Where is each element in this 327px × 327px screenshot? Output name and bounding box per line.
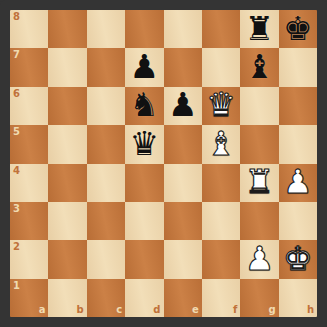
square-e4[interactable]	[164, 164, 202, 202]
square-e7[interactable]	[164, 48, 202, 86]
black-king-h8[interactable]: ♚	[283, 12, 313, 45]
square-f2[interactable]	[202, 240, 240, 278]
rank-label-2: 2	[13, 242, 20, 252]
square-c6[interactable]	[87, 87, 125, 125]
square-h1[interactable]: h	[279, 279, 317, 317]
chess-board-frame: 8♜♚7♟♝6♞♟♛5♛♝4♜♟32♟♚1abcdefgh	[0, 0, 327, 327]
square-b5[interactable]	[48, 125, 86, 163]
square-b2[interactable]	[48, 240, 86, 278]
square-a4[interactable]: 4	[10, 164, 48, 202]
file-label-d: d	[153, 305, 160, 315]
white-bishop-f5[interactable]: ♝	[206, 127, 236, 160]
square-b8[interactable]	[48, 10, 86, 48]
square-d5[interactable]: ♛	[125, 125, 163, 163]
file-label-h: h	[307, 305, 314, 315]
rank-label-3: 3	[13, 204, 20, 214]
white-rook-g4[interactable]: ♜	[245, 165, 275, 198]
file-label-g: g	[268, 305, 275, 315]
square-f4[interactable]	[202, 164, 240, 202]
square-g4[interactable]: ♜	[240, 164, 278, 202]
square-f5[interactable]: ♝	[202, 125, 240, 163]
square-e1[interactable]: e	[164, 279, 202, 317]
square-h6[interactable]	[279, 87, 317, 125]
square-d8[interactable]	[125, 10, 163, 48]
square-a2[interactable]: 2	[10, 240, 48, 278]
square-d1[interactable]: d	[125, 279, 163, 317]
square-b3[interactable]	[48, 202, 86, 240]
square-f7[interactable]	[202, 48, 240, 86]
rank-label-4: 4	[13, 166, 20, 176]
square-d3[interactable]	[125, 202, 163, 240]
square-h2[interactable]: ♚	[279, 240, 317, 278]
square-f3[interactable]	[202, 202, 240, 240]
square-e8[interactable]	[164, 10, 202, 48]
square-g2[interactable]: ♟	[240, 240, 278, 278]
black-rook-g8[interactable]: ♜	[245, 12, 275, 45]
chess-board: 8♜♚7♟♝6♞♟♛5♛♝4♜♟32♟♚1abcdefgh	[10, 10, 317, 317]
white-king-h2[interactable]: ♚	[283, 242, 313, 275]
square-c3[interactable]	[87, 202, 125, 240]
square-c5[interactable]	[87, 125, 125, 163]
square-a1[interactable]: 1a	[10, 279, 48, 317]
square-b1[interactable]: b	[48, 279, 86, 317]
square-c4[interactable]	[87, 164, 125, 202]
white-pawn-g2[interactable]: ♟	[245, 242, 275, 275]
square-d7[interactable]: ♟	[125, 48, 163, 86]
file-label-b: b	[77, 305, 84, 315]
square-e5[interactable]	[164, 125, 202, 163]
rank-label-8: 8	[13, 12, 20, 22]
rank-label-6: 6	[13, 89, 20, 99]
square-f1[interactable]: f	[202, 279, 240, 317]
square-h8[interactable]: ♚	[279, 10, 317, 48]
black-queen-d5[interactable]: ♛	[130, 127, 160, 160]
rank-label-5: 5	[13, 127, 20, 137]
rank-label-1: 1	[13, 281, 20, 291]
square-h7[interactable]	[279, 48, 317, 86]
square-g3[interactable]	[240, 202, 278, 240]
square-e2[interactable]	[164, 240, 202, 278]
file-label-e: e	[192, 305, 199, 315]
square-g8[interactable]: ♜	[240, 10, 278, 48]
square-a6[interactable]: 6	[10, 87, 48, 125]
square-e3[interactable]	[164, 202, 202, 240]
square-c8[interactable]	[87, 10, 125, 48]
square-c2[interactable]	[87, 240, 125, 278]
file-label-c: c	[116, 305, 122, 315]
square-h5[interactable]	[279, 125, 317, 163]
square-b6[interactable]	[48, 87, 86, 125]
rank-label-7: 7	[13, 50, 20, 60]
square-h3[interactable]	[279, 202, 317, 240]
black-pawn-d7[interactable]: ♟	[130, 50, 160, 83]
square-f6[interactable]: ♛	[202, 87, 240, 125]
square-a7[interactable]: 7	[10, 48, 48, 86]
white-pawn-h4[interactable]: ♟	[283, 165, 313, 198]
square-g6[interactable]	[240, 87, 278, 125]
square-d6[interactable]: ♞	[125, 87, 163, 125]
square-h4[interactable]: ♟	[279, 164, 317, 202]
square-b7[interactable]	[48, 48, 86, 86]
square-a3[interactable]: 3	[10, 202, 48, 240]
square-g7[interactable]: ♝	[240, 48, 278, 86]
square-b4[interactable]	[48, 164, 86, 202]
file-label-f: f	[233, 305, 237, 315]
square-c1[interactable]: c	[87, 279, 125, 317]
square-a5[interactable]: 5	[10, 125, 48, 163]
black-knight-d6[interactable]: ♞	[130, 88, 160, 121]
square-g5[interactable]	[240, 125, 278, 163]
black-pawn-e6[interactable]: ♟	[168, 88, 198, 121]
square-d2[interactable]	[125, 240, 163, 278]
square-f8[interactable]	[202, 10, 240, 48]
square-a8[interactable]: 8	[10, 10, 48, 48]
white-queen-f6[interactable]: ♛	[206, 88, 236, 121]
square-d4[interactable]	[125, 164, 163, 202]
square-g1[interactable]: g	[240, 279, 278, 317]
square-e6[interactable]: ♟	[164, 87, 202, 125]
square-c7[interactable]	[87, 48, 125, 86]
black-bishop-g7[interactable]: ♝	[245, 50, 275, 83]
file-label-a: a	[39, 305, 46, 315]
